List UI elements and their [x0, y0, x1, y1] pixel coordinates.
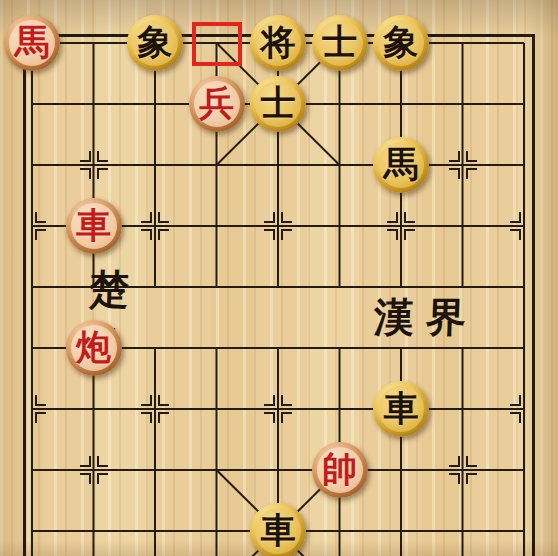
- point-marker: [158, 212, 169, 223]
- last-move-highlight: [192, 22, 242, 66]
- piece-black-elephant[interactable]: 象: [127, 15, 183, 71]
- piece-character: 将: [261, 25, 296, 60]
- point-marker: [80, 473, 91, 484]
- piece-face: 兵: [194, 81, 240, 127]
- piece-character: 象: [138, 25, 173, 60]
- point-marker: [281, 229, 292, 240]
- point-marker: [466, 168, 477, 179]
- point-marker: [404, 212, 415, 223]
- piece-face: 帥: [317, 447, 363, 493]
- piece-character: 士: [261, 86, 296, 121]
- point-marker: [510, 212, 521, 223]
- point-marker: [510, 412, 521, 423]
- point-marker: [466, 473, 477, 484]
- piece-character: 象: [384, 25, 419, 60]
- point-marker: [158, 412, 169, 423]
- point-marker: [80, 151, 91, 162]
- piece-red-cannon[interactable]: 炮: [66, 320, 122, 376]
- piece-red-pawn[interactable]: 兵: [189, 76, 245, 132]
- piece-red-chariot[interactable]: 車: [66, 198, 122, 254]
- point-marker: [264, 395, 275, 406]
- piece-character: 車: [261, 513, 296, 548]
- point-marker: [80, 456, 91, 467]
- point-marker: [141, 212, 152, 223]
- piece-black-chariot[interactable]: 車: [373, 381, 429, 437]
- point-marker: [141, 229, 152, 240]
- point-marker: [35, 395, 46, 406]
- point-marker: [141, 395, 152, 406]
- piece-character: 車: [76, 208, 111, 243]
- piece-black-general[interactable]: 将: [250, 15, 306, 71]
- piece-face: 象: [378, 20, 424, 66]
- point-marker: [449, 168, 460, 179]
- point-marker: [466, 151, 477, 162]
- piece-character: 馬: [384, 147, 419, 182]
- point-marker: [264, 212, 275, 223]
- piece-black-horse[interactable]: 馬: [373, 137, 429, 193]
- piece-character: 車: [384, 391, 419, 426]
- piece-face: 士: [317, 20, 363, 66]
- point-marker: [158, 229, 169, 240]
- point-marker: [449, 473, 460, 484]
- point-marker: [449, 456, 460, 467]
- xiangqi-board: 楚河 漢界 馬象将士象兵士馬車炮車帥車: [0, 0, 558, 556]
- piece-face: 馬: [9, 20, 55, 66]
- piece-character: 士: [322, 25, 357, 60]
- piece-black-elephant[interactable]: 象: [373, 15, 429, 71]
- point-marker: [158, 395, 169, 406]
- piece-black-advisor[interactable]: 士: [312, 15, 368, 71]
- piece-face: 車: [378, 386, 424, 432]
- point-marker: [35, 212, 46, 223]
- piece-character: 炮: [76, 330, 111, 365]
- piece-character: 馬: [15, 25, 50, 60]
- point-marker: [281, 412, 292, 423]
- point-marker: [449, 151, 460, 162]
- piece-red-general[interactable]: 帥: [312, 442, 368, 498]
- point-marker: [141, 412, 152, 423]
- piece-black-chariot[interactable]: 車: [250, 503, 306, 556]
- piece-face: 馬: [378, 142, 424, 188]
- piece-face: 将: [255, 20, 301, 66]
- point-marker: [281, 212, 292, 223]
- piece-face: 炮: [71, 325, 117, 371]
- point-marker: [387, 212, 398, 223]
- point-marker: [404, 229, 415, 240]
- point-marker: [80, 168, 91, 179]
- piece-character: 兵: [199, 86, 234, 121]
- point-marker: [97, 151, 108, 162]
- point-marker: [510, 395, 521, 406]
- piece-red-horse[interactable]: 馬: [4, 15, 60, 71]
- piece-black-advisor[interactable]: 士: [250, 76, 306, 132]
- river-label-han-jie: 漢界: [361, 294, 479, 340]
- point-marker: [97, 473, 108, 484]
- piece-face: 象: [132, 20, 178, 66]
- point-marker: [97, 168, 108, 179]
- point-marker: [97, 456, 108, 467]
- piece-face: 車: [255, 508, 301, 554]
- piece-character: 帥: [322, 452, 357, 487]
- point-marker: [387, 229, 398, 240]
- point-marker: [35, 412, 46, 423]
- point-marker: [281, 395, 292, 406]
- piece-face: 車: [71, 203, 117, 249]
- point-marker: [510, 229, 521, 240]
- piece-face: 士: [255, 81, 301, 127]
- point-marker: [466, 456, 477, 467]
- point-marker: [35, 229, 46, 240]
- point-marker: [264, 412, 275, 423]
- point-marker: [264, 229, 275, 240]
